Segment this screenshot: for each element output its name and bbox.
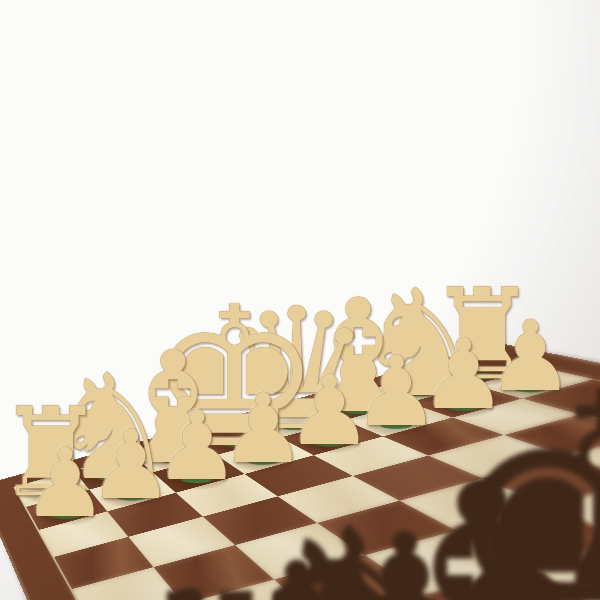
chess-set-photo: ♜♞♝♛♚♝♞♜♟♟♟♟♟♟♟♟♟♟♟♟♟♟♟♝♛♚♝♞♜ — [0, 0, 600, 600]
board-grid — [15, 357, 600, 600]
chess-board — [0, 343, 600, 600]
